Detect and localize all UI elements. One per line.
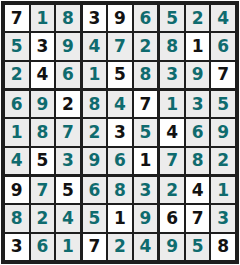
- cell-r5c4[interactable]: 2: [83, 119, 107, 145]
- cell-r4c3[interactable]: 2: [56, 91, 80, 117]
- cell-r4c9[interactable]: 5: [211, 91, 235, 117]
- cell-r1c7[interactable]: 5: [160, 5, 184, 31]
- cell-r6c4[interactable]: 9: [83, 148, 107, 174]
- cell-r6c1[interactable]: 4: [5, 148, 29, 174]
- cell-r6c8[interactable]: 8: [186, 148, 210, 174]
- cell-r9c1[interactable]: 3: [5, 234, 29, 260]
- cell-r8c4[interactable]: 5: [83, 205, 107, 231]
- cell-r2c3[interactable]: 9: [56, 33, 80, 59]
- cell-r9c2[interactable]: 6: [31, 234, 55, 260]
- cell-r9c5[interactable]: 2: [108, 234, 132, 260]
- cell-r8c9[interactable]: 3: [211, 205, 235, 231]
- cell-r6c3[interactable]: 3: [56, 148, 80, 174]
- cell-r9c9[interactable]: 8: [211, 234, 235, 260]
- cell-r8c5[interactable]: 1: [108, 205, 132, 231]
- cell-r7c9[interactable]: 1: [211, 177, 235, 203]
- cell-r9c8[interactable]: 5: [186, 234, 210, 260]
- cell-r3c2[interactable]: 4: [31, 62, 55, 88]
- cell-r1c4[interactable]: 3: [83, 5, 107, 31]
- cell-r8c6[interactable]: 9: [134, 205, 158, 231]
- cell-r3c4[interactable]: 1: [83, 62, 107, 88]
- cell-r8c8[interactable]: 7: [186, 205, 210, 231]
- cell-r8c2[interactable]: 2: [31, 205, 55, 231]
- cell-r4c7[interactable]: 1: [160, 91, 184, 117]
- cell-r5c2[interactable]: 8: [31, 119, 55, 145]
- cell-r6c7[interactable]: 7: [160, 148, 184, 174]
- cell-r1c3[interactable]: 8: [56, 5, 80, 31]
- cell-r5c9[interactable]: 9: [211, 119, 235, 145]
- cell-r7c5[interactable]: 8: [108, 177, 132, 203]
- cell-r2c5[interactable]: 7: [108, 33, 132, 59]
- cell-r4c2[interactable]: 9: [31, 91, 55, 117]
- box-7: 683519724: [83, 177, 158, 260]
- cell-r6c9[interactable]: 2: [211, 148, 235, 174]
- cell-r5c6[interactable]: 5: [134, 119, 158, 145]
- cell-r5c7[interactable]: 4: [160, 119, 184, 145]
- cell-r8c1[interactable]: 8: [5, 205, 29, 231]
- box-8: 241673958: [160, 177, 235, 260]
- cell-r8c7[interactable]: 6: [160, 205, 184, 231]
- cell-r5c3[interactable]: 7: [56, 119, 80, 145]
- cell-r6c6[interactable]: 1: [134, 148, 158, 174]
- box-2: 524816397: [160, 5, 235, 88]
- cell-r6c5[interactable]: 6: [108, 148, 132, 174]
- cell-r3c5[interactable]: 5: [108, 62, 132, 88]
- cell-r7c7[interactable]: 2: [160, 177, 184, 203]
- cell-r7c1[interactable]: 9: [5, 177, 29, 203]
- cell-r4c8[interactable]: 3: [186, 91, 210, 117]
- cell-r6c2[interactable]: 5: [31, 148, 55, 174]
- page: { "game": "sudoku", "position": { "puzzl…: [0, 0, 240, 265]
- sudoku-board: 7185392463964721585248163976921874538472…: [1, 1, 239, 264]
- cell-r3c6[interactable]: 8: [134, 62, 158, 88]
- cell-r7c3[interactable]: 5: [56, 177, 80, 203]
- cell-r7c6[interactable]: 3: [134, 177, 158, 203]
- box-4: 847235961: [83, 91, 158, 174]
- cell-r9c3[interactable]: 1: [56, 234, 80, 260]
- cell-r9c4[interactable]: 7: [83, 234, 107, 260]
- cell-r3c3[interactable]: 6: [56, 62, 80, 88]
- box-6: 975824361: [5, 177, 80, 260]
- cell-r2c7[interactable]: 8: [160, 33, 184, 59]
- cell-r5c5[interactable]: 3: [108, 119, 132, 145]
- cell-r7c8[interactable]: 4: [186, 177, 210, 203]
- cell-r1c1[interactable]: 7: [5, 5, 29, 31]
- cell-r1c5[interactable]: 9: [108, 5, 132, 31]
- box-3: 692187453: [5, 91, 80, 174]
- cell-r9c6[interactable]: 4: [134, 234, 158, 260]
- cell-r2c9[interactable]: 6: [211, 33, 235, 59]
- cell-r4c5[interactable]: 4: [108, 91, 132, 117]
- cell-r4c4[interactable]: 8: [83, 91, 107, 117]
- cell-r7c2[interactable]: 7: [31, 177, 55, 203]
- cell-r1c6[interactable]: 6: [134, 5, 158, 31]
- cell-r7c4[interactable]: 6: [83, 177, 107, 203]
- cell-r3c8[interactable]: 9: [186, 62, 210, 88]
- cell-r5c1[interactable]: 1: [5, 119, 29, 145]
- cell-r1c9[interactable]: 4: [211, 5, 235, 31]
- box-5: 135469782: [160, 91, 235, 174]
- cell-r3c9[interactable]: 7: [211, 62, 235, 88]
- cell-r5c8[interactable]: 6: [186, 119, 210, 145]
- cell-r2c4[interactable]: 4: [83, 33, 107, 59]
- cell-r3c7[interactable]: 3: [160, 62, 184, 88]
- cell-r1c8[interactable]: 2: [186, 5, 210, 31]
- box-0: 718539246: [5, 5, 80, 88]
- cell-r9c7[interactable]: 9: [160, 234, 184, 260]
- cell-r1c2[interactable]: 1: [31, 5, 55, 31]
- cell-r2c8[interactable]: 1: [186, 33, 210, 59]
- box-1: 396472158: [83, 5, 158, 88]
- cell-r3c1[interactable]: 2: [5, 62, 29, 88]
- cell-r8c3[interactable]: 4: [56, 205, 80, 231]
- cell-r4c1[interactable]: 6: [5, 91, 29, 117]
- cell-r4c6[interactable]: 7: [134, 91, 158, 117]
- cell-r2c2[interactable]: 3: [31, 33, 55, 59]
- cell-r2c6[interactable]: 2: [134, 33, 158, 59]
- cell-r2c1[interactable]: 5: [5, 33, 29, 59]
